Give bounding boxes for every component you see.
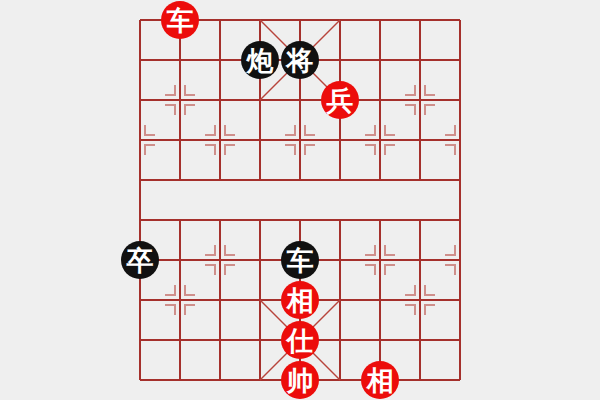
black-soldier-piece[interactable]: 卒	[121, 241, 159, 279]
black-cannon-piece[interactable]: 炮	[241, 41, 279, 79]
black-general-piece[interactable]: 将	[281, 41, 319, 79]
red-soldier-piece[interactable]: 兵	[321, 81, 359, 119]
red-elephant-piece[interactable]: 相	[361, 361, 399, 399]
xiangqi-board: 车炮将兵卒车相仕帅相	[0, 0, 600, 400]
red-advisor-piece[interactable]: 仕	[281, 321, 319, 359]
black-chariot-piece[interactable]: 车	[281, 241, 319, 279]
red-elephant-piece[interactable]: 相	[281, 281, 319, 319]
red-chariot-piece[interactable]: 车	[161, 1, 199, 39]
piece-grid: 车炮将兵卒车相仕帅相	[120, 0, 480, 400]
red-general-piece[interactable]: 帅	[281, 361, 319, 399]
